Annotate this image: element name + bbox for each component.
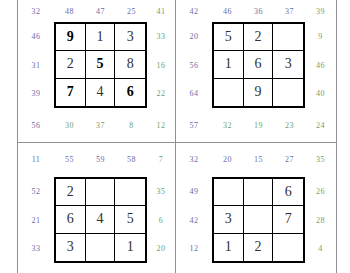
sum-clue-right: 28 — [305, 206, 336, 234]
sum-clue-top: 46 — [212, 0, 243, 22]
sum-clue-left: 31 — [18, 51, 54, 79]
grid-cell — [273, 79, 303, 106]
grid-cell: 9 — [56, 24, 86, 51]
sum-clue-right: 26 — [305, 177, 336, 206]
grid-cell — [86, 179, 116, 206]
grid-cell: 4 — [86, 79, 116, 106]
grid-cell: 3 — [214, 206, 244, 233]
grid-cell: 2 — [56, 51, 86, 78]
sum-clue-right: 46 — [305, 51, 336, 79]
grid-cell — [244, 206, 274, 233]
sum-clue-bottom: 32 — [212, 108, 243, 142]
sum-clue-top: 25 — [116, 0, 147, 22]
puzzle-1: 3248472541463139331622563037812913258746 — [18, 0, 175, 142]
worksheet-page: 3248472541463139331622563037812913258746… — [0, 0, 350, 273]
grid-cell — [273, 234, 303, 261]
sum-clue-bottom: 23 — [274, 108, 305, 142]
sum-clue-bottom: 30 — [54, 108, 85, 142]
grid-cell — [115, 179, 145, 206]
sum-clue-left: 39 — [18, 79, 54, 108]
grid-cell: 3 — [115, 24, 145, 51]
sum-clue-top: 55 — [54, 142, 85, 177]
sum-clue-bottom: 8 — [116, 108, 147, 142]
grid-cell: 1 — [214, 51, 244, 78]
puzzle-grid: 264531 — [54, 177, 147, 263]
grid-cell: 6 — [273, 179, 303, 206]
sum-clue-top: 27 — [274, 142, 305, 177]
sum-clue-left: 33 — [18, 234, 54, 263]
grid-cell — [214, 179, 244, 206]
sum-clue-bottom: 37 — [85, 108, 116, 142]
grid-cell: 1 — [214, 234, 244, 261]
grid-cell: 5 — [214, 24, 244, 51]
sum-clue-top: 20 — [212, 142, 243, 177]
sum-clue-bottom: 19 — [243, 108, 274, 142]
grid-cell: 6 — [244, 51, 274, 78]
grid-cell: 7 — [273, 206, 303, 233]
puzzle-2: 4246363739205664946405732192324521639 — [176, 0, 336, 142]
sum-clue-top: 36 — [243, 0, 274, 22]
grid-cell: 2 — [56, 179, 86, 206]
sum-clue-top: 7 — [147, 142, 175, 177]
table-border-right — [336, 0, 337, 273]
sum-clue-right: 33 — [147, 22, 175, 51]
puzzle-grid: 63712 — [212, 177, 305, 263]
sum-clue-top: 11 — [18, 142, 54, 177]
grid-cell: 1 — [86, 24, 116, 51]
grid-cell: 8 — [115, 51, 145, 78]
grid-cell: 3 — [273, 51, 303, 78]
grid-cell: 7 — [56, 79, 86, 106]
sum-clue-right: 6 — [147, 206, 175, 234]
sum-clue-bottom: 24 — [305, 108, 336, 142]
sum-clue-bottom: 56 — [18, 108, 54, 142]
sum-clue-top: 58 — [116, 142, 147, 177]
grid-cell — [86, 234, 116, 261]
grid-cell — [244, 179, 274, 206]
grid-cell: 1 — [115, 234, 145, 261]
grid-cell: 6 — [115, 79, 145, 106]
puzzle-grid: 521639 — [212, 22, 305, 108]
sum-clue-left: 64 — [176, 79, 212, 108]
sum-clue-left: 20 — [176, 22, 212, 51]
grid-cell — [214, 79, 244, 106]
sum-clue-top: 15 — [243, 142, 274, 177]
sum-clue-left: 12 — [176, 234, 212, 263]
sum-clue-bottom: 57 — [176, 108, 212, 142]
grid-cell: 2 — [244, 234, 274, 261]
grid-cell — [273, 24, 303, 51]
puzzle-grid: 913258746 — [54, 22, 147, 108]
sum-clue-top: 32 — [176, 142, 212, 177]
grid-cell: 6 — [56, 206, 86, 233]
grid-cell: 5 — [115, 206, 145, 233]
sum-clue-right: 16 — [147, 51, 175, 79]
sum-clue-bottom: 12 — [147, 108, 175, 142]
sum-clue-top: 42 — [176, 0, 212, 22]
sum-clue-right: 9 — [305, 22, 336, 51]
sum-clue-left: 42 — [176, 206, 212, 234]
sum-clue-top: 37 — [274, 0, 305, 22]
sum-clue-left: 56 — [176, 51, 212, 79]
sum-clue-right: 40 — [305, 79, 336, 108]
sum-clue-right: 20 — [147, 234, 175, 263]
sum-clue-left: 21 — [18, 206, 54, 234]
sum-clue-top: 32 — [18, 0, 54, 22]
sum-clue-right: 22 — [147, 79, 175, 108]
sum-clue-top: 39 — [305, 0, 336, 22]
sum-clue-top: 41 — [147, 0, 175, 22]
sum-clue-left: 52 — [18, 177, 54, 206]
grid-cell: 5 — [86, 51, 116, 78]
sum-clue-left: 46 — [18, 22, 54, 51]
grid-cell: 4 — [86, 206, 116, 233]
sum-clue-top: 47 — [85, 0, 116, 22]
grid-cell: 9 — [244, 79, 274, 106]
sum-clue-top: 59 — [85, 142, 116, 177]
sum-clue-top: 35 — [305, 142, 336, 177]
puzzle-3: 11555958752213335620264531 — [18, 142, 175, 273]
sum-clue-top: 48 — [54, 0, 85, 22]
sum-clue-left: 49 — [176, 177, 212, 206]
grid-cell: 2 — [244, 24, 274, 51]
sum-clue-right: 4 — [305, 234, 336, 263]
sum-clue-right: 35 — [147, 177, 175, 206]
puzzle-4: 32201527354942122628463712 — [176, 142, 336, 273]
grid-cell: 3 — [56, 234, 86, 261]
